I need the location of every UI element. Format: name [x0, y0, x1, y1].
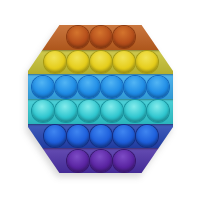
band-azure	[28, 74, 173, 99]
band-cyan	[28, 99, 173, 124]
bubble-cyan-2[interactable]	[55, 100, 77, 122]
bubble-orange-1[interactable]	[67, 26, 89, 48]
bubble-yellow-2[interactable]	[67, 51, 89, 73]
bubble-azure-2[interactable]	[55, 76, 77, 98]
bubble-yellow-4[interactable]	[113, 51, 135, 73]
bubble-blue-2[interactable]	[67, 125, 89, 147]
bubble-cyan-4[interactable]	[101, 100, 123, 122]
bubble-cyan-6[interactable]	[147, 100, 169, 122]
photo-background	[0, 0, 200, 200]
bubble-yellow-5[interactable]	[136, 51, 158, 73]
bubble-azure-4[interactable]	[101, 76, 123, 98]
band-purple	[28, 148, 173, 173]
bubble-orange-2[interactable]	[90, 26, 112, 48]
bubble-blue-5[interactable]	[136, 125, 158, 147]
bubble-yellow-3[interactable]	[90, 51, 112, 73]
bubble-yellow-1[interactable]	[44, 51, 66, 73]
bubble-cyan-3[interactable]	[78, 100, 100, 122]
bubble-blue-1[interactable]	[44, 125, 66, 147]
band-yellow	[28, 50, 173, 75]
band-blue	[28, 124, 173, 149]
bubble-purple-1[interactable]	[67, 150, 89, 172]
bubble-orange-3[interactable]	[113, 26, 135, 48]
bubble-azure-3[interactable]	[78, 76, 100, 98]
pop-it-board	[28, 25, 173, 173]
bubble-blue-3[interactable]	[90, 125, 112, 147]
bubble-azure-6[interactable]	[147, 76, 169, 98]
bubble-purple-3[interactable]	[113, 150, 135, 172]
bubble-azure-5[interactable]	[124, 76, 146, 98]
band-orange	[28, 25, 173, 50]
bubble-purple-2[interactable]	[90, 150, 112, 172]
bubble-cyan-5[interactable]	[124, 100, 146, 122]
bubble-blue-4[interactable]	[113, 125, 135, 147]
bubble-cyan-1[interactable]	[32, 100, 54, 122]
pop-it-toy	[28, 25, 173, 173]
bubble-azure-1[interactable]	[32, 76, 54, 98]
